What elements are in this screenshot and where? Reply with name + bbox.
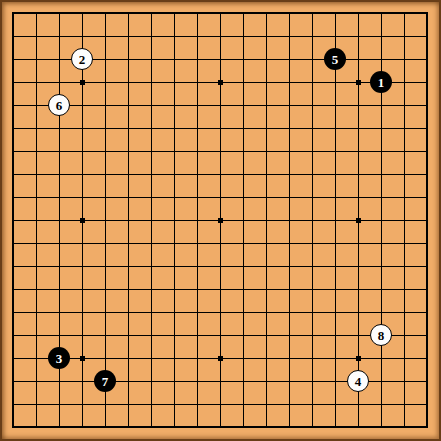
stone-white-move-4: 4 bbox=[347, 370, 369, 392]
move-number: 1 bbox=[378, 76, 385, 89]
stone-black-move-7: 7 bbox=[94, 370, 116, 392]
stone-black-move-1: 1 bbox=[370, 71, 392, 93]
move-number: 8 bbox=[378, 329, 385, 342]
stone-black-move-3: 3 bbox=[48, 347, 70, 369]
stones-layer: 12345678 bbox=[0, 0, 441, 441]
move-number: 6 bbox=[56, 99, 63, 112]
stone-black-move-5: 5 bbox=[324, 48, 346, 70]
move-number: 7 bbox=[102, 375, 109, 388]
move-number: 5 bbox=[332, 53, 339, 66]
move-number: 2 bbox=[79, 53, 86, 66]
move-number: 3 bbox=[56, 352, 63, 365]
stone-white-move-6: 6 bbox=[48, 94, 70, 116]
go-board: 12345678 bbox=[0, 0, 441, 441]
stone-white-move-2: 2 bbox=[71, 48, 93, 70]
stone-white-move-8: 8 bbox=[370, 324, 392, 346]
move-number: 4 bbox=[355, 375, 362, 388]
